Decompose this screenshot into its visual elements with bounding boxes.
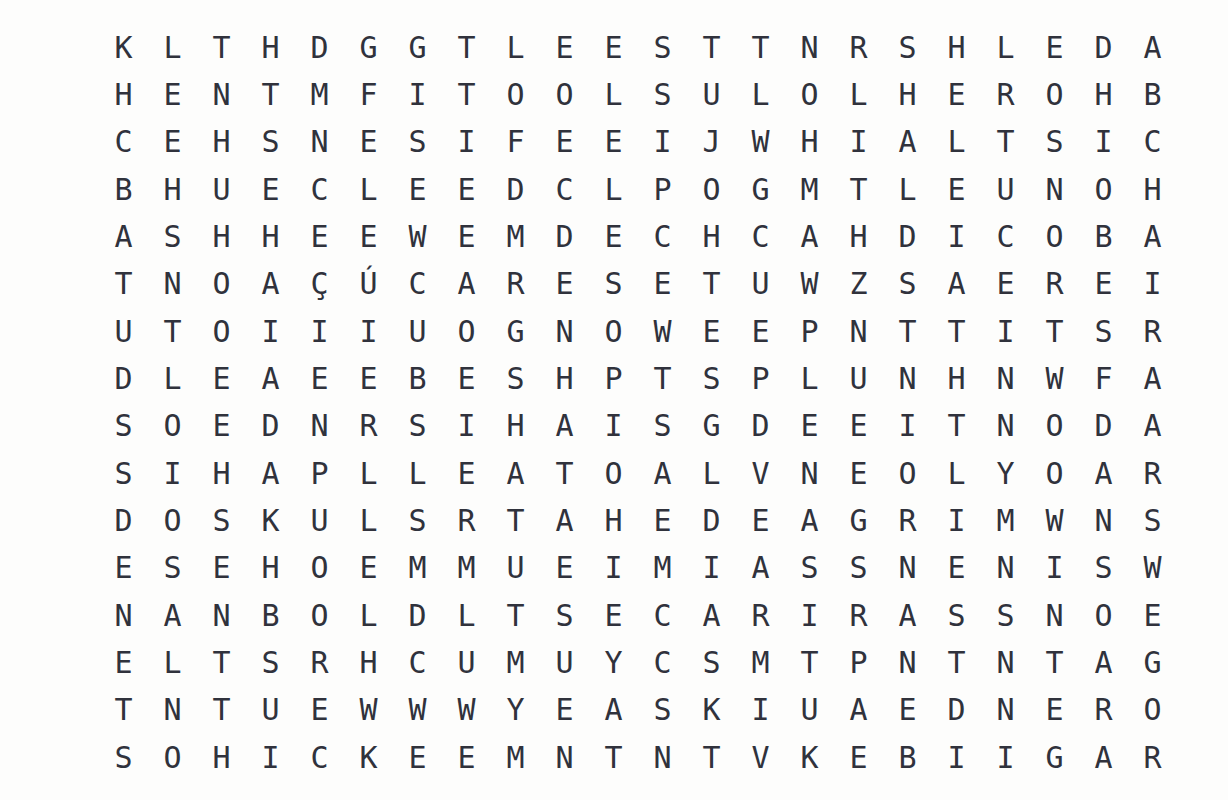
grid-cell[interactable]: O xyxy=(148,734,197,781)
grid-cell[interactable]: K xyxy=(785,734,834,781)
grid-cell[interactable]: I xyxy=(932,497,981,544)
grid-cell[interactable]: R xyxy=(344,403,393,450)
grid-cell[interactable]: B xyxy=(1079,213,1128,260)
grid-cell[interactable]: T xyxy=(736,24,785,71)
grid-cell[interactable]: U xyxy=(687,71,736,118)
grid-cell[interactable]: T xyxy=(883,308,932,355)
grid-cell[interactable]: A xyxy=(687,592,736,639)
grid-cell[interactable]: A xyxy=(246,261,295,308)
grid-cell[interactable]: O xyxy=(589,308,638,355)
grid-cell[interactable]: I xyxy=(442,403,491,450)
grid-cell[interactable]: E xyxy=(295,355,344,402)
grid-cell[interactable]: E xyxy=(148,119,197,166)
grid-cell[interactable]: Y xyxy=(589,639,638,686)
grid-cell[interactable]: L xyxy=(442,592,491,639)
grid-cell[interactable]: G xyxy=(687,403,736,450)
grid-cell[interactable]: B xyxy=(393,355,442,402)
grid-cell[interactable]: M xyxy=(736,639,785,686)
grid-cell[interactable]: T xyxy=(197,687,246,734)
grid-cell[interactable]: A xyxy=(540,497,589,544)
grid-cell[interactable]: Y xyxy=(981,450,1030,497)
grid-cell[interactable]: T xyxy=(589,734,638,781)
grid-cell[interactable]: U xyxy=(981,166,1030,213)
grid-cell[interactable]: N xyxy=(834,308,883,355)
grid-cell[interactable]: F xyxy=(344,71,393,118)
grid-cell[interactable]: E xyxy=(246,166,295,213)
grid-cell[interactable]: E xyxy=(932,166,981,213)
grid-cell[interactable]: A xyxy=(1128,213,1177,260)
grid-cell[interactable]: H xyxy=(1128,166,1177,213)
grid-cell[interactable]: T xyxy=(932,308,981,355)
grid-cell[interactable]: F xyxy=(491,119,540,166)
grid-cell[interactable]: S xyxy=(1079,545,1128,592)
grid-cell[interactable]: L xyxy=(883,166,932,213)
grid-cell[interactable]: G xyxy=(491,308,540,355)
grid-cell[interactable]: S xyxy=(883,261,932,308)
grid-cell[interactable]: C xyxy=(99,119,148,166)
grid-cell[interactable]: P xyxy=(785,308,834,355)
grid-cell[interactable]: A xyxy=(246,355,295,402)
grid-cell[interactable]: L xyxy=(344,592,393,639)
grid-cell[interactable]: L xyxy=(932,119,981,166)
grid-cell[interactable]: N xyxy=(981,687,1030,734)
grid-cell[interactable]: D xyxy=(295,24,344,71)
grid-cell[interactable]: U xyxy=(540,639,589,686)
grid-cell[interactable]: B xyxy=(246,592,295,639)
grid-cell[interactable]: I xyxy=(785,592,834,639)
grid-cell[interactable]: S xyxy=(834,545,883,592)
grid-cell[interactable]: I xyxy=(246,308,295,355)
grid-cell[interactable]: H xyxy=(932,355,981,402)
grid-cell[interactable]: S xyxy=(981,592,1030,639)
grid-cell[interactable]: O xyxy=(148,403,197,450)
grid-cell[interactable]: E xyxy=(1128,592,1177,639)
grid-cell[interactable]: C xyxy=(295,734,344,781)
grid-cell[interactable]: S xyxy=(687,355,736,402)
grid-cell[interactable]: R xyxy=(1128,308,1177,355)
grid-cell[interactable]: A xyxy=(932,261,981,308)
grid-cell[interactable]: N xyxy=(981,355,1030,402)
grid-cell[interactable]: I xyxy=(834,119,883,166)
grid-cell[interactable]: A xyxy=(99,213,148,260)
grid-cell[interactable]: M xyxy=(295,71,344,118)
grid-cell[interactable]: A xyxy=(785,497,834,544)
grid-cell[interactable]: S xyxy=(99,403,148,450)
grid-cell[interactable]: R xyxy=(1128,734,1177,781)
grid-cell[interactable]: L xyxy=(981,24,1030,71)
grid-cell[interactable]: E xyxy=(540,545,589,592)
grid-cell[interactable]: N xyxy=(883,355,932,402)
grid-cell[interactable]: O xyxy=(785,71,834,118)
grid-cell[interactable]: D xyxy=(393,592,442,639)
grid-cell[interactable]: E xyxy=(589,119,638,166)
grid-cell[interactable]: S xyxy=(99,450,148,497)
grid-cell[interactable]: I xyxy=(589,545,638,592)
grid-cell[interactable]: D xyxy=(246,403,295,450)
grid-cell[interactable]: I xyxy=(1030,545,1079,592)
grid-cell[interactable]: T xyxy=(491,497,540,544)
grid-cell[interactable]: O xyxy=(295,545,344,592)
grid-cell[interactable]: M xyxy=(638,545,687,592)
grid-cell[interactable]: L xyxy=(344,166,393,213)
grid-cell[interactable]: E xyxy=(834,450,883,497)
grid-cell[interactable]: H xyxy=(1079,71,1128,118)
grid-cell[interactable]: T xyxy=(687,24,736,71)
grid-cell[interactable]: A xyxy=(442,261,491,308)
grid-cell[interactable]: N xyxy=(883,545,932,592)
grid-cell[interactable]: W xyxy=(785,261,834,308)
grid-cell[interactable]: T xyxy=(99,687,148,734)
grid-cell[interactable]: G xyxy=(736,166,785,213)
grid-cell[interactable]: H xyxy=(197,450,246,497)
grid-cell[interactable]: S xyxy=(785,545,834,592)
grid-cell[interactable]: I xyxy=(981,734,1030,781)
grid-cell[interactable]: C xyxy=(638,213,687,260)
grid-cell[interactable]: S xyxy=(393,497,442,544)
grid-cell[interactable]: N xyxy=(295,403,344,450)
grid-cell[interactable]: A xyxy=(246,450,295,497)
grid-cell[interactable]: S xyxy=(638,687,687,734)
grid-cell[interactable]: N xyxy=(981,403,1030,450)
grid-cell[interactable]: U xyxy=(393,308,442,355)
grid-cell[interactable]: E xyxy=(442,355,491,402)
grid-cell[interactable]: Ú xyxy=(344,261,393,308)
grid-cell[interactable]: D xyxy=(540,213,589,260)
grid-cell[interactable]: E xyxy=(932,545,981,592)
grid-cell[interactable]: O xyxy=(197,308,246,355)
grid-cell[interactable]: I xyxy=(393,71,442,118)
grid-cell[interactable]: W xyxy=(1030,497,1079,544)
grid-cell[interactable]: M xyxy=(393,545,442,592)
grid-cell[interactable]: D xyxy=(736,403,785,450)
grid-cell[interactable]: T xyxy=(932,403,981,450)
grid-cell[interactable]: W xyxy=(393,213,442,260)
grid-cell[interactable]: N xyxy=(540,308,589,355)
grid-cell[interactable]: E xyxy=(589,592,638,639)
grid-cell[interactable]: A xyxy=(540,403,589,450)
grid-cell[interactable]: I xyxy=(295,308,344,355)
grid-cell[interactable]: S xyxy=(1030,119,1079,166)
grid-cell[interactable]: M xyxy=(785,166,834,213)
grid-cell[interactable]: E xyxy=(1079,261,1128,308)
grid-cell[interactable]: L xyxy=(148,639,197,686)
grid-cell[interactable]: M xyxy=(491,734,540,781)
grid-cell[interactable]: M xyxy=(442,545,491,592)
grid-cell[interactable]: A xyxy=(1128,24,1177,71)
grid-cell[interactable]: N xyxy=(148,261,197,308)
grid-cell[interactable]: S xyxy=(491,355,540,402)
grid-cell[interactable]: R xyxy=(491,261,540,308)
grid-cell[interactable]: A xyxy=(1079,734,1128,781)
grid-cell[interactable]: A xyxy=(589,687,638,734)
grid-cell[interactable]: I xyxy=(736,687,785,734)
grid-cell[interactable]: O xyxy=(1030,213,1079,260)
grid-cell[interactable]: E xyxy=(540,24,589,71)
grid-cell[interactable]: E xyxy=(932,71,981,118)
grid-cell[interactable]: A xyxy=(785,213,834,260)
grid-cell[interactable]: I xyxy=(687,545,736,592)
grid-cell[interactable]: R xyxy=(1030,261,1079,308)
grid-cell[interactable]: G xyxy=(1128,639,1177,686)
grid-cell[interactable]: O xyxy=(540,71,589,118)
grid-cell[interactable]: C xyxy=(736,213,785,260)
grid-cell[interactable]: I xyxy=(246,734,295,781)
grid-cell[interactable]: H xyxy=(246,24,295,71)
grid-cell[interactable]: E xyxy=(883,687,932,734)
grid-cell[interactable]: G xyxy=(834,497,883,544)
grid-cell[interactable]: N xyxy=(1030,166,1079,213)
grid-cell[interactable]: H xyxy=(540,355,589,402)
grid-cell[interactable]: R xyxy=(1128,450,1177,497)
grid-cell[interactable]: S xyxy=(197,497,246,544)
grid-cell[interactable]: W xyxy=(638,308,687,355)
grid-cell[interactable]: T xyxy=(197,639,246,686)
grid-cell[interactable]: P xyxy=(638,166,687,213)
grid-cell[interactable]: R xyxy=(834,592,883,639)
grid-cell[interactable]: K xyxy=(99,24,148,71)
grid-cell[interactable]: T xyxy=(687,261,736,308)
grid-cell[interactable]: E xyxy=(197,403,246,450)
grid-cell[interactable]: D xyxy=(99,497,148,544)
grid-cell[interactable]: O xyxy=(1079,592,1128,639)
grid-cell[interactable]: O xyxy=(295,592,344,639)
grid-cell[interactable]: P xyxy=(736,355,785,402)
grid-cell[interactable]: L xyxy=(344,450,393,497)
grid-cell[interactable]: S xyxy=(638,403,687,450)
grid-cell[interactable]: T xyxy=(785,639,834,686)
grid-cell[interactable]: T xyxy=(99,261,148,308)
grid-cell[interactable]: M xyxy=(491,213,540,260)
grid-cell[interactable]: E xyxy=(442,166,491,213)
grid-cell[interactable]: N xyxy=(785,24,834,71)
grid-cell[interactable]: C xyxy=(1128,119,1177,166)
grid-cell[interactable]: U xyxy=(442,639,491,686)
grid-cell[interactable]: N xyxy=(785,450,834,497)
grid-cell[interactable]: R xyxy=(883,497,932,544)
grid-cell[interactable]: O xyxy=(1079,166,1128,213)
grid-cell[interactable]: Z xyxy=(834,261,883,308)
grid-cell[interactable]: N xyxy=(981,545,1030,592)
grid-cell[interactable]: C xyxy=(540,166,589,213)
grid-cell[interactable]: M xyxy=(491,639,540,686)
grid-cell[interactable]: R xyxy=(1079,687,1128,734)
grid-cell[interactable]: D xyxy=(1079,24,1128,71)
grid-cell[interactable]: E xyxy=(197,545,246,592)
grid-cell[interactable]: E xyxy=(295,687,344,734)
grid-cell[interactable]: H xyxy=(197,119,246,166)
grid-cell[interactable]: W xyxy=(393,687,442,734)
grid-cell[interactable]: O xyxy=(883,450,932,497)
grid-cell[interactable]: U xyxy=(491,545,540,592)
grid-cell[interactable]: L xyxy=(148,24,197,71)
grid-cell[interactable]: E xyxy=(442,734,491,781)
grid-cell[interactable]: E xyxy=(344,355,393,402)
grid-cell[interactable]: T xyxy=(246,71,295,118)
grid-cell[interactable]: K xyxy=(246,497,295,544)
grid-cell[interactable]: H xyxy=(148,166,197,213)
grid-cell[interactable]: P xyxy=(295,450,344,497)
grid-cell[interactable]: G xyxy=(393,24,442,71)
grid-cell[interactable]: C xyxy=(295,166,344,213)
grid-cell[interactable]: N xyxy=(1030,592,1079,639)
grid-cell[interactable]: T xyxy=(491,592,540,639)
grid-cell[interactable]: S xyxy=(246,639,295,686)
grid-cell[interactable]: T xyxy=(442,71,491,118)
grid-cell[interactable]: E xyxy=(736,308,785,355)
grid-cell[interactable]: B xyxy=(1128,71,1177,118)
grid-cell[interactable]: W xyxy=(344,687,393,734)
grid-cell[interactable]: Ç xyxy=(295,261,344,308)
grid-cell[interactable]: U xyxy=(295,497,344,544)
grid-cell[interactable]: U xyxy=(197,166,246,213)
grid-cell[interactable]: R xyxy=(981,71,1030,118)
grid-cell[interactable]: H xyxy=(246,545,295,592)
grid-cell[interactable]: O xyxy=(1030,450,1079,497)
grid-cell[interactable]: T xyxy=(442,24,491,71)
grid-cell[interactable]: U xyxy=(246,687,295,734)
grid-cell[interactable]: L xyxy=(932,450,981,497)
grid-cell[interactable]: E xyxy=(589,24,638,71)
grid-cell[interactable]: N xyxy=(148,687,197,734)
grid-cell[interactable]: A xyxy=(1128,403,1177,450)
grid-cell[interactable]: E xyxy=(442,450,491,497)
grid-cell[interactable]: E xyxy=(344,545,393,592)
grid-cell[interactable]: C xyxy=(393,261,442,308)
grid-cell[interactable]: E xyxy=(834,403,883,450)
grid-cell[interactable]: E xyxy=(687,308,736,355)
grid-cell[interactable]: N xyxy=(540,734,589,781)
grid-cell[interactable]: O xyxy=(1030,71,1079,118)
grid-cell[interactable]: H xyxy=(687,213,736,260)
grid-cell[interactable]: I xyxy=(148,450,197,497)
grid-cell[interactable]: B xyxy=(883,734,932,781)
grid-cell[interactable]: N xyxy=(197,71,246,118)
grid-cell[interactable]: H xyxy=(197,213,246,260)
grid-cell[interactable]: T xyxy=(932,639,981,686)
grid-cell[interactable]: U xyxy=(99,308,148,355)
grid-cell[interactable]: E xyxy=(295,213,344,260)
grid-cell[interactable]: O xyxy=(148,497,197,544)
grid-cell[interactable]: J xyxy=(687,119,736,166)
grid-cell[interactable]: E xyxy=(393,734,442,781)
grid-cell[interactable]: A xyxy=(638,450,687,497)
grid-cell[interactable]: U xyxy=(736,261,785,308)
grid-cell[interactable]: I xyxy=(589,403,638,450)
grid-cell[interactable]: W xyxy=(1030,355,1079,402)
grid-cell[interactable]: S xyxy=(540,592,589,639)
grid-cell[interactable]: A xyxy=(1128,355,1177,402)
grid-cell[interactable]: P xyxy=(834,639,883,686)
grid-cell[interactable]: H xyxy=(834,213,883,260)
grid-cell[interactable]: T xyxy=(148,308,197,355)
grid-cell[interactable]: E xyxy=(540,119,589,166)
grid-cell[interactable]: O xyxy=(1128,687,1177,734)
grid-cell[interactable]: L xyxy=(344,497,393,544)
grid-cell[interactable]: H xyxy=(344,639,393,686)
grid-cell[interactable]: H xyxy=(883,71,932,118)
grid-cell[interactable]: I xyxy=(638,119,687,166)
grid-cell[interactable]: E xyxy=(589,213,638,260)
grid-cell[interactable]: E xyxy=(344,119,393,166)
grid-cell[interactable]: O xyxy=(1030,403,1079,450)
grid-cell[interactable]: I xyxy=(932,734,981,781)
grid-cell[interactable]: H xyxy=(785,119,834,166)
grid-cell[interactable]: E xyxy=(1030,687,1079,734)
grid-cell[interactable]: O xyxy=(491,71,540,118)
grid-cell[interactable]: K xyxy=(687,687,736,734)
grid-cell[interactable]: E xyxy=(442,213,491,260)
grid-cell[interactable]: H xyxy=(99,71,148,118)
grid-cell[interactable]: O xyxy=(589,450,638,497)
grid-cell[interactable]: Y xyxy=(491,687,540,734)
grid-cell[interactable]: E xyxy=(638,497,687,544)
grid-cell[interactable]: K xyxy=(344,734,393,781)
grid-cell[interactable]: C xyxy=(981,213,1030,260)
grid-cell[interactable]: R xyxy=(442,497,491,544)
grid-cell[interactable]: D xyxy=(932,687,981,734)
grid-cell[interactable]: T xyxy=(834,166,883,213)
grid-cell[interactable]: E xyxy=(197,355,246,402)
grid-cell[interactable]: S xyxy=(883,24,932,71)
grid-cell[interactable]: T xyxy=(197,24,246,71)
grid-cell[interactable]: I xyxy=(1079,119,1128,166)
grid-cell[interactable]: E xyxy=(981,261,1030,308)
grid-cell[interactable]: E xyxy=(638,261,687,308)
grid-cell[interactable]: D xyxy=(491,166,540,213)
grid-cell[interactable]: E xyxy=(540,687,589,734)
grid-cell[interactable]: N xyxy=(295,119,344,166)
grid-cell[interactable]: V xyxy=(736,450,785,497)
grid-cell[interactable]: S xyxy=(393,119,442,166)
grid-cell[interactable]: I xyxy=(981,308,1030,355)
grid-cell[interactable]: R xyxy=(295,639,344,686)
grid-cell[interactable]: T xyxy=(540,450,589,497)
grid-cell[interactable]: L xyxy=(687,450,736,497)
grid-cell[interactable]: C xyxy=(393,639,442,686)
grid-cell[interactable]: D xyxy=(1079,403,1128,450)
grid-cell[interactable]: O xyxy=(197,261,246,308)
grid-cell[interactable]: V xyxy=(736,734,785,781)
grid-cell[interactable]: F xyxy=(1079,355,1128,402)
grid-cell[interactable]: N xyxy=(1079,497,1128,544)
grid-cell[interactable]: O xyxy=(442,308,491,355)
grid-cell[interactable]: E xyxy=(148,71,197,118)
grid-cell[interactable]: D xyxy=(883,213,932,260)
grid-cell[interactable]: E xyxy=(736,497,785,544)
grid-cell[interactable]: L xyxy=(491,24,540,71)
grid-cell[interactable]: S xyxy=(393,403,442,450)
grid-cell[interactable]: R xyxy=(736,592,785,639)
grid-cell[interactable]: G xyxy=(344,24,393,71)
grid-cell[interactable]: E xyxy=(1030,24,1079,71)
grid-cell[interactable]: C xyxy=(638,592,687,639)
grid-cell[interactable]: E xyxy=(785,403,834,450)
grid-cell[interactable]: A xyxy=(834,687,883,734)
grid-cell[interactable]: H xyxy=(197,734,246,781)
grid-cell[interactable]: T xyxy=(1030,639,1079,686)
grid-cell[interactable]: I xyxy=(442,119,491,166)
grid-cell[interactable]: W xyxy=(1128,545,1177,592)
grid-cell[interactable]: A xyxy=(1079,450,1128,497)
grid-cell[interactable]: A xyxy=(736,545,785,592)
grid-cell[interactable]: T xyxy=(638,355,687,402)
grid-cell[interactable]: E xyxy=(393,166,442,213)
grid-cell[interactable]: S xyxy=(932,592,981,639)
grid-cell[interactable]: C xyxy=(638,639,687,686)
grid-cell[interactable]: A xyxy=(148,592,197,639)
grid-cell[interactable]: L xyxy=(589,71,638,118)
grid-cell[interactable]: S xyxy=(687,639,736,686)
